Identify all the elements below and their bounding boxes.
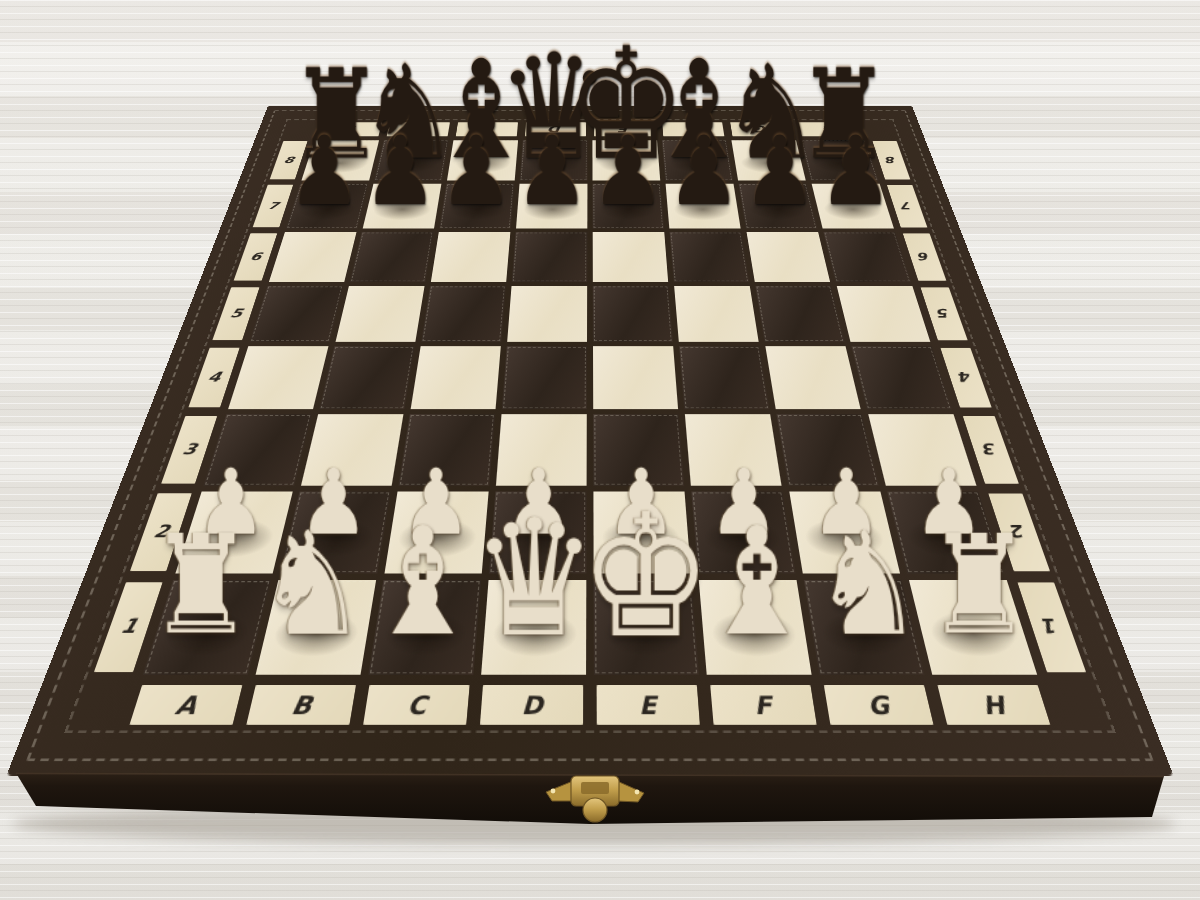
piece-white-bishop[interactable]: ♝ bbox=[699, 508, 815, 657]
piece-black-pawn[interactable]: ♟ bbox=[287, 124, 361, 220]
square-c7[interactable]: ♟ bbox=[439, 184, 514, 229]
square-c5[interactable] bbox=[421, 286, 506, 342]
square-a4[interactable] bbox=[228, 346, 328, 409]
square-a1[interactable]: ♜ bbox=[143, 580, 271, 675]
square-h6[interactable] bbox=[824, 232, 912, 282]
square-f1[interactable]: ♝ bbox=[699, 580, 812, 675]
file-label-bottom-a: A bbox=[129, 685, 242, 725]
piece-black-pawn[interactable]: ♟ bbox=[667, 124, 741, 220]
square-e4[interactable] bbox=[593, 346, 678, 409]
file-label-bottom-g: G bbox=[824, 685, 934, 725]
square-b7[interactable]: ♟ bbox=[363, 184, 442, 229]
square-c6[interactable] bbox=[431, 232, 511, 282]
square-h5[interactable] bbox=[837, 286, 931, 342]
square-a7[interactable]: ♟ bbox=[286, 184, 368, 229]
square-b5[interactable] bbox=[336, 286, 425, 342]
square-f7[interactable]: ♟ bbox=[666, 184, 741, 229]
rank-label-right-5: 5 bbox=[920, 287, 967, 340]
square-b4[interactable] bbox=[319, 346, 414, 409]
square-d6[interactable] bbox=[512, 232, 587, 282]
square-e5[interactable] bbox=[593, 286, 673, 342]
piece-white-bishop[interactable]: ♝ bbox=[365, 508, 481, 657]
square-a5[interactable] bbox=[250, 286, 344, 342]
square-g6[interactable] bbox=[747, 232, 831, 282]
square-f5[interactable] bbox=[674, 286, 759, 342]
piece-white-queen[interactable]: ♛ bbox=[471, 499, 597, 660]
file-label-bottom-f: F bbox=[710, 685, 817, 725]
square-f4[interactable] bbox=[679, 346, 769, 409]
border-corner bbox=[1048, 683, 1109, 728]
square-c1[interactable]: ♝ bbox=[368, 580, 481, 675]
file-label-bottom-d: D bbox=[480, 685, 583, 725]
square-e7[interactable]: ♟ bbox=[593, 184, 664, 229]
piece-white-knight[interactable]: ♞ bbox=[256, 513, 367, 656]
square-h7[interactable]: ♟ bbox=[812, 184, 894, 229]
square-b6[interactable] bbox=[350, 232, 434, 282]
piece-white-rook[interactable]: ♜ bbox=[148, 518, 255, 655]
photo-scene: ABCDEFGH8♜♞♝♛♚♝♞♜87♟♟♟♟♟♟♟♟7665544332♟♟♟… bbox=[0, 0, 1200, 900]
piece-black-pawn[interactable]: ♟ bbox=[363, 124, 437, 220]
board-grid: ABCDEFGH8♜♞♝♛♚♝♞♜87♟♟♟♟♟♟♟♟7665544332♟♟♟… bbox=[71, 121, 1108, 727]
file-label-bottom-c: C bbox=[363, 685, 470, 725]
square-b1[interactable]: ♞ bbox=[256, 580, 377, 675]
piece-black-pawn[interactable]: ♟ bbox=[515, 124, 589, 220]
square-d4[interactable] bbox=[502, 346, 587, 409]
piece-white-knight[interactable]: ♞ bbox=[812, 513, 923, 656]
square-f6[interactable] bbox=[670, 232, 750, 282]
square-g5[interactable] bbox=[755, 286, 844, 342]
piece-black-pawn[interactable]: ♟ bbox=[743, 124, 817, 220]
square-g4[interactable] bbox=[765, 346, 860, 409]
border-corner bbox=[71, 683, 132, 728]
rank-label-left-5: 5 bbox=[212, 287, 259, 340]
piece-black-pawn[interactable]: ♟ bbox=[439, 124, 513, 220]
square-h1[interactable]: ♜ bbox=[909, 580, 1037, 675]
file-label-bottom-b: B bbox=[246, 685, 356, 725]
piece-white-king[interactable]: ♚ bbox=[579, 491, 712, 661]
square-g7[interactable]: ♟ bbox=[739, 184, 818, 229]
square-d5[interactable] bbox=[507, 286, 587, 342]
file-label-bottom-e: E bbox=[597, 685, 700, 725]
square-h4[interactable] bbox=[852, 346, 952, 409]
chess-board: ABCDEFGH8♜♞♝♛♚♝♞♜87♟♟♟♟♟♟♟♟7665544332♟♟♟… bbox=[6, 106, 1173, 776]
square-c4[interactable] bbox=[411, 346, 501, 409]
square-e1[interactable]: ♚ bbox=[594, 580, 699, 675]
rank-label-right-6: 6 bbox=[903, 233, 947, 280]
square-e6[interactable] bbox=[593, 232, 668, 282]
file-label-bottom-h: H bbox=[937, 685, 1050, 725]
square-a6[interactable] bbox=[269, 232, 357, 282]
piece-white-rook[interactable]: ♜ bbox=[926, 518, 1033, 655]
piece-black-pawn[interactable]: ♟ bbox=[819, 124, 893, 220]
square-d7[interactable]: ♟ bbox=[516, 184, 587, 229]
square-g1[interactable]: ♞ bbox=[804, 580, 925, 675]
piece-black-pawn[interactable]: ♟ bbox=[591, 124, 665, 220]
square-d1[interactable]: ♛ bbox=[481, 580, 586, 675]
